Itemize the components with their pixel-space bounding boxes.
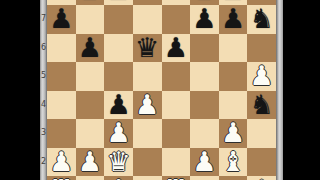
square-f4[interactable] [190,91,219,120]
square-e2[interactable] [162,148,191,177]
square-d4[interactable]: ♟ [133,91,162,120]
piece-white-pawn: ♟ [219,119,248,148]
rank-label-2: 2 [40,157,47,167]
square-e6[interactable]: ♟ [162,34,191,63]
square-a1[interactable]: ♜ [47,176,76,180]
square-c6[interactable] [104,34,133,63]
square-c2[interactable]: ♛ [104,148,133,177]
piece-black-pawn: ♟ [219,5,248,34]
piece-black-pawn: ♟ [190,5,219,34]
square-a5[interactable] [47,62,76,91]
square-c4[interactable]: ♟ [104,91,133,120]
piece-white-rook: ♜ [162,176,191,180]
square-d3[interactable] [133,119,162,148]
square-b7[interactable] [76,5,105,34]
piece-white-pawn: ♟ [190,148,219,177]
board-edge-strip [276,0,283,180]
piece-white-rook: ♜ [47,176,76,180]
square-a3[interactable] [47,119,76,148]
square-a2[interactable]: ♟ [47,148,76,177]
square-d1[interactable] [133,176,162,180]
piece-black-knight: ♞ [247,91,276,120]
piece-white-pawn: ♟ [76,148,105,177]
square-g7[interactable]: ♟ [219,5,248,34]
square-e7[interactable] [162,5,191,34]
square-h1[interactable]: ♚ [247,176,276,180]
square-b5[interactable] [76,62,105,91]
rank-label-7: 7 [40,14,47,24]
square-h7[interactable]: ♞ [247,5,276,34]
piece-black-pawn: ♟ [76,34,105,63]
piece-white-bishop: ♝ [219,148,248,177]
rank-label-5: 5 [40,71,47,81]
piece-black-knight: ♞ [247,5,276,34]
piece-black-pawn: ♟ [104,91,133,120]
letterbox-right [283,0,320,180]
piece-black-pawn: ♟ [47,5,76,34]
chess-diagram: ♚♜♝♜♟♟♟♞♟♛♟♟♟♟♞♟♟♟♟♛♟♝♜♝♜♚ 87654321 [0,0,320,180]
square-g2[interactable]: ♝ [219,148,248,177]
square-c3[interactable]: ♟ [104,119,133,148]
square-b4[interactable] [76,91,105,120]
square-g6[interactable] [219,34,248,63]
square-f1[interactable] [190,176,219,180]
piece-white-bishop: ♝ [104,176,133,180]
square-b1[interactable] [76,176,105,180]
chess-board: ♚♜♝♜♟♟♟♞♟♛♟♟♟♟♞♟♟♟♟♛♟♝♜♝♜♚ [47,0,276,180]
square-d5[interactable] [133,62,162,91]
square-e5[interactable] [162,62,191,91]
square-h6[interactable] [247,34,276,63]
square-f6[interactable] [190,34,219,63]
rank-label-4: 4 [40,100,47,110]
square-h3[interactable] [247,119,276,148]
square-f2[interactable]: ♟ [190,148,219,177]
square-e3[interactable] [162,119,191,148]
square-g4[interactable] [219,91,248,120]
square-e1[interactable]: ♜ [162,176,191,180]
piece-black-queen: ♛ [133,34,162,63]
square-f5[interactable] [190,62,219,91]
square-f3[interactable] [190,119,219,148]
square-h4[interactable]: ♞ [247,91,276,120]
square-g1[interactable] [219,176,248,180]
rank-label-3: 3 [40,128,47,138]
rank-label-6: 6 [40,43,47,53]
letterbox-left [0,0,40,180]
square-b2[interactable]: ♟ [76,148,105,177]
square-a7[interactable]: ♟ [47,5,76,34]
square-g5[interactable] [219,62,248,91]
square-f7[interactable]: ♟ [190,5,219,34]
piece-white-queen: ♛ [104,148,133,177]
square-a4[interactable] [47,91,76,120]
piece-white-pawn: ♟ [47,148,76,177]
square-b3[interactable] [76,119,105,148]
piece-white-pawn: ♟ [133,91,162,120]
square-h2[interactable] [247,148,276,177]
square-d6[interactable]: ♛ [133,34,162,63]
square-c5[interactable] [104,62,133,91]
piece-white-pawn: ♟ [104,119,133,148]
square-g3[interactable]: ♟ [219,119,248,148]
square-d2[interactable] [133,148,162,177]
square-c1[interactable]: ♝ [104,176,133,180]
square-c7[interactable] [104,5,133,34]
square-b6[interactable]: ♟ [76,34,105,63]
rank-labels-strip: 87654321 [40,0,47,180]
square-d7[interactable] [133,5,162,34]
piece-black-pawn: ♟ [162,34,191,63]
piece-white-king: ♚ [247,176,276,180]
square-h5[interactable]: ♟ [247,62,276,91]
square-a6[interactable] [47,34,76,63]
piece-white-pawn: ♟ [247,62,276,91]
square-e4[interactable] [162,91,191,120]
